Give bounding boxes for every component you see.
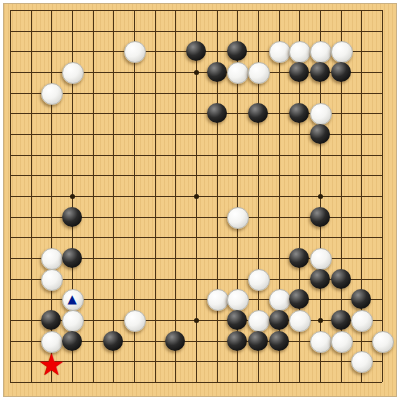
white-stone[interactable] (207, 289, 229, 311)
black-stone[interactable] (310, 269, 330, 289)
black-stone[interactable] (248, 103, 268, 123)
black-stone[interactable] (331, 310, 351, 330)
white-stone[interactable] (227, 289, 249, 311)
white-stone[interactable] (269, 41, 291, 63)
hoshi-point (70, 194, 75, 199)
white-stone[interactable] (62, 310, 84, 332)
white-stone[interactable] (331, 331, 353, 353)
white-stone[interactable] (41, 248, 63, 270)
grid-line-vertical (382, 10, 383, 382)
black-stone[interactable] (331, 269, 351, 289)
black-stone[interactable] (62, 207, 82, 227)
white-stone[interactable] (124, 41, 146, 63)
black-stone[interactable] (227, 41, 247, 61)
white-stone[interactable] (227, 62, 249, 84)
white-stone[interactable] (310, 248, 332, 270)
black-stone[interactable] (310, 207, 330, 227)
hoshi-point (194, 318, 199, 323)
hoshi-point (318, 194, 323, 199)
white-stone[interactable] (248, 62, 270, 84)
white-stone[interactable] (124, 310, 146, 332)
grid-line-horizontal (10, 237, 382, 238)
hoshi-point (318, 318, 323, 323)
grid-line-horizontal (10, 361, 382, 362)
black-stone[interactable] (207, 62, 227, 82)
black-stone[interactable] (227, 310, 247, 330)
grid-line-horizontal (10, 382, 382, 383)
white-stone[interactable] (351, 351, 373, 373)
hoshi-point (194, 70, 199, 75)
white-stone[interactable] (41, 331, 63, 353)
white-stone[interactable] (310, 331, 332, 353)
black-stone[interactable] (310, 62, 330, 82)
hoshi-point (194, 194, 199, 199)
black-stone[interactable] (269, 331, 289, 351)
black-stone[interactable] (186, 41, 206, 61)
black-stone[interactable] (289, 248, 309, 268)
white-stone[interactable] (331, 41, 353, 63)
black-stone[interactable] (207, 103, 227, 123)
black-stone[interactable] (351, 289, 371, 309)
black-stone[interactable] (62, 248, 82, 268)
white-stone[interactable] (41, 83, 63, 105)
black-stone[interactable] (62, 331, 82, 351)
white-stone[interactable] (269, 289, 291, 311)
white-stone[interactable] (227, 207, 249, 229)
black-stone[interactable] (310, 124, 330, 144)
white-stone[interactable] (351, 310, 373, 332)
black-stone[interactable] (269, 310, 289, 330)
black-stone[interactable] (289, 289, 309, 309)
white-stone[interactable] (248, 269, 270, 291)
white-stone[interactable] (310, 41, 332, 63)
white-stone[interactable] (289, 310, 311, 332)
black-stone[interactable] (41, 310, 61, 330)
white-stone[interactable] (41, 269, 63, 291)
black-stone[interactable] (289, 62, 309, 82)
black-stone[interactable] (103, 331, 123, 351)
white-stone[interactable] (248, 310, 270, 332)
white-stone[interactable] (289, 41, 311, 63)
go-board[interactable]: ▲★ (3, 3, 397, 397)
white-stone[interactable] (62, 289, 84, 311)
black-stone[interactable] (165, 331, 185, 351)
white-stone[interactable] (310, 103, 332, 125)
black-stone[interactable] (248, 331, 268, 351)
black-stone[interactable] (331, 62, 351, 82)
white-stone[interactable] (372, 331, 394, 353)
white-stone[interactable] (62, 62, 84, 84)
black-stone[interactable] (227, 331, 247, 351)
black-stone[interactable] (289, 103, 309, 123)
screenshot-frame: ▲★ (0, 0, 400, 400)
